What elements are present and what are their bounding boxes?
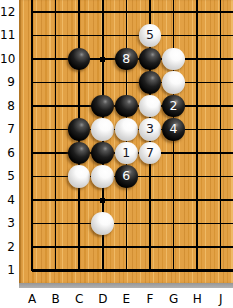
column-label-J: J [209, 292, 233, 307]
intersection-J3[interactable] [209, 212, 233, 236]
intersection-A6[interactable] [20, 141, 44, 165]
black-stone-C10[interactable] [68, 48, 91, 71]
intersection-H2[interactable] [185, 235, 209, 259]
column-label-G: G [162, 292, 186, 307]
move-number: 5 [146, 29, 154, 42]
column-label-B: B [44, 292, 68, 307]
intersection-F3[interactable] [138, 212, 162, 236]
move-number: 7 [146, 147, 154, 160]
black-stone-C6[interactable] [68, 142, 91, 165]
intersection-E12[interactable] [115, 0, 139, 24]
intersection-G11[interactable] [162, 24, 186, 48]
intersection-H7[interactable] [185, 118, 209, 142]
intersection-A8[interactable] [20, 94, 44, 118]
intersection-H3[interactable] [185, 212, 209, 236]
intersection-H6[interactable] [185, 141, 209, 165]
move-number: 4 [170, 123, 178, 136]
intersection-E8[interactable] [115, 94, 139, 118]
intersection-F4[interactable] [138, 188, 162, 212]
row-label-11: 11 [0, 28, 15, 43]
intersection-B9[interactable] [44, 71, 68, 95]
column-label-H: H [185, 292, 209, 307]
row-label-6: 6 [0, 146, 15, 161]
intersection-F12[interactable] [138, 0, 162, 24]
intersection-D11[interactable] [91, 24, 115, 48]
intersection-G4[interactable] [162, 188, 186, 212]
white-stone-E6[interactable]: 1 [115, 142, 138, 165]
column-label-C: C [67, 292, 91, 307]
intersection-B7[interactable] [44, 118, 68, 142]
row-label-7: 7 [0, 122, 15, 137]
intersection-F9[interactable] [138, 71, 162, 95]
intersection-D2[interactable] [91, 235, 115, 259]
intersection-H8[interactable] [185, 94, 209, 118]
intersection-H4[interactable] [185, 188, 209, 212]
intersection-B12[interactable] [44, 0, 68, 24]
white-stone-C5[interactable] [68, 165, 91, 188]
intersection-D5[interactable] [91, 165, 115, 189]
intersection-A5[interactable] [20, 165, 44, 189]
intersection-B11[interactable] [44, 24, 68, 48]
intersection-A11[interactable] [20, 24, 44, 48]
move-number: 1 [122, 147, 130, 160]
intersection-J11[interactable] [209, 24, 233, 48]
intersection-F7[interactable]: 3 [138, 118, 162, 142]
row-label-2: 2 [0, 240, 15, 255]
intersection-D9[interactable] [91, 71, 115, 95]
white-stone-F7[interactable]: 3 [139, 118, 162, 141]
intersection-C7[interactable] [67, 118, 91, 142]
intersection-C10[interactable] [67, 47, 91, 71]
intersection-B8[interactable] [44, 94, 68, 118]
intersection-B1[interactable] [44, 259, 68, 283]
intersection-G2[interactable] [162, 235, 186, 259]
intersection-G12[interactable] [162, 0, 186, 24]
intersection-E7[interactable] [115, 118, 139, 142]
intersection-J1[interactable] [209, 259, 233, 283]
intersection-E3[interactable] [115, 212, 139, 236]
star-point-D10 [100, 57, 105, 62]
move-number: 8 [122, 53, 130, 66]
board-grid: 58234176 [20, 0, 232, 282]
intersection-F1[interactable] [138, 259, 162, 283]
intersection-C2[interactable] [67, 235, 91, 259]
intersection-B5[interactable] [44, 165, 68, 189]
board-edge-shadow [19, 283, 233, 288]
intersection-A2[interactable] [20, 235, 44, 259]
intersection-C9[interactable] [67, 71, 91, 95]
intersection-B2[interactable] [44, 235, 68, 259]
intersection-J7[interactable] [209, 118, 233, 142]
intersection-E1[interactable] [115, 259, 139, 283]
intersection-J6[interactable] [209, 141, 233, 165]
intersection-J9[interactable] [209, 71, 233, 95]
intersection-D8[interactable] [91, 94, 115, 118]
intersection-G1[interactable] [162, 259, 186, 283]
intersection-F8[interactable] [138, 94, 162, 118]
intersection-C11[interactable] [67, 24, 91, 48]
intersection-H10[interactable] [185, 47, 209, 71]
intersection-E11[interactable] [115, 24, 139, 48]
star-point-D4 [100, 198, 105, 203]
black-stone-F9[interactable] [139, 71, 162, 94]
intersection-H9[interactable] [185, 71, 209, 95]
intersection-D12[interactable] [91, 0, 115, 24]
intersection-A10[interactable] [20, 47, 44, 71]
intersection-H12[interactable] [185, 0, 209, 24]
intersection-D4[interactable] [91, 188, 115, 212]
black-stone-G8[interactable]: 2 [162, 95, 185, 118]
column-label-F: F [138, 292, 162, 307]
white-stone-F11[interactable]: 5 [139, 24, 162, 47]
intersection-H5[interactable] [185, 165, 209, 189]
black-stone-D8[interactable] [91, 95, 114, 118]
white-stone-F6[interactable]: 7 [139, 142, 162, 165]
intersection-J12[interactable] [209, 0, 233, 24]
go-diagram: 58234176 121110987654321 ABCDEFGHJ [0, 0, 233, 308]
intersection-G9[interactable] [162, 71, 186, 95]
intersection-A3[interactable] [20, 212, 44, 236]
black-stone-F10[interactable] [139, 48, 162, 71]
intersection-C12[interactable] [67, 0, 91, 24]
row-label-9: 9 [0, 75, 15, 90]
intersection-C1[interactable] [67, 259, 91, 283]
intersection-C6[interactable] [67, 141, 91, 165]
row-label-4: 4 [0, 193, 15, 208]
intersection-J8[interactable] [209, 94, 233, 118]
move-number: 6 [122, 170, 130, 183]
intersection-B6[interactable] [44, 141, 68, 165]
intersection-D1[interactable] [91, 259, 115, 283]
intersection-C8[interactable] [67, 94, 91, 118]
row-label-3: 3 [0, 216, 15, 231]
intersection-F11[interactable]: 5 [138, 24, 162, 48]
black-stone-E10[interactable]: 8 [115, 48, 138, 71]
intersection-E6[interactable]: 1 [115, 141, 139, 165]
intersection-C3[interactable] [67, 212, 91, 236]
white-stone-E7[interactable] [115, 118, 138, 141]
intersection-G5[interactable] [162, 165, 186, 189]
intersection-F6[interactable]: 7 [138, 141, 162, 165]
intersection-G6[interactable] [162, 141, 186, 165]
intersection-B4[interactable] [44, 188, 68, 212]
intersection-G10[interactable] [162, 47, 186, 71]
intersection-E2[interactable] [115, 235, 139, 259]
intersection-A12[interactable] [20, 0, 44, 24]
intersection-G8[interactable]: 2 [162, 94, 186, 118]
column-label-E: E [115, 292, 139, 307]
intersection-G7[interactable]: 4 [162, 118, 186, 142]
white-stone-G9[interactable] [162, 71, 185, 94]
row-label-1: 1 [0, 263, 15, 278]
black-stone-C7[interactable] [68, 118, 91, 141]
black-stone-E5[interactable]: 6 [115, 165, 138, 188]
intersection-J2[interactable] [209, 235, 233, 259]
black-stone-G7[interactable]: 4 [162, 118, 185, 141]
intersection-J4[interactable] [209, 188, 233, 212]
go-board: 58234176 [19, 0, 233, 283]
intersection-A4[interactable] [20, 188, 44, 212]
intersection-B3[interactable] [44, 212, 68, 236]
white-stone-D7[interactable] [91, 118, 114, 141]
intersection-D7[interactable] [91, 118, 115, 142]
white-stone-D3[interactable] [91, 212, 114, 235]
move-number: 3 [146, 123, 154, 136]
column-label-D: D [91, 292, 115, 307]
intersection-F2[interactable] [138, 235, 162, 259]
intersection-E5[interactable]: 6 [115, 165, 139, 189]
intersection-A1[interactable] [20, 259, 44, 283]
row-label-8: 8 [0, 99, 15, 114]
intersection-J10[interactable] [209, 47, 233, 71]
row-label-12: 12 [0, 5, 15, 20]
intersection-C5[interactable] [67, 165, 91, 189]
black-stone-D6[interactable] [91, 142, 114, 165]
row-label-5: 5 [0, 169, 15, 184]
intersection-C4[interactable] [67, 188, 91, 212]
intersection-D3[interactable] [91, 212, 115, 236]
intersection-F10[interactable] [138, 47, 162, 71]
intersection-E4[interactable] [115, 188, 139, 212]
intersection-J5[interactable] [209, 165, 233, 189]
intersection-F5[interactable] [138, 165, 162, 189]
white-stone-G10[interactable] [162, 48, 185, 71]
intersection-B10[interactable] [44, 47, 68, 71]
intersection-H11[interactable] [185, 24, 209, 48]
black-stone-E8[interactable] [115, 95, 138, 118]
white-stone-D5[interactable] [91, 165, 114, 188]
intersection-E9[interactable] [115, 71, 139, 95]
intersection-A7[interactable] [20, 118, 44, 142]
intersection-D6[interactable] [91, 141, 115, 165]
column-label-A: A [20, 292, 44, 307]
intersection-G3[interactable] [162, 212, 186, 236]
intersection-A9[interactable] [20, 71, 44, 95]
intersection-E10[interactable]: 8 [115, 47, 139, 71]
intersection-H1[interactable] [185, 259, 209, 283]
move-number: 2 [170, 100, 178, 113]
white-stone-F8[interactable] [139, 95, 162, 118]
row-label-10: 10 [0, 52, 15, 67]
intersection-D10[interactable] [91, 47, 115, 71]
